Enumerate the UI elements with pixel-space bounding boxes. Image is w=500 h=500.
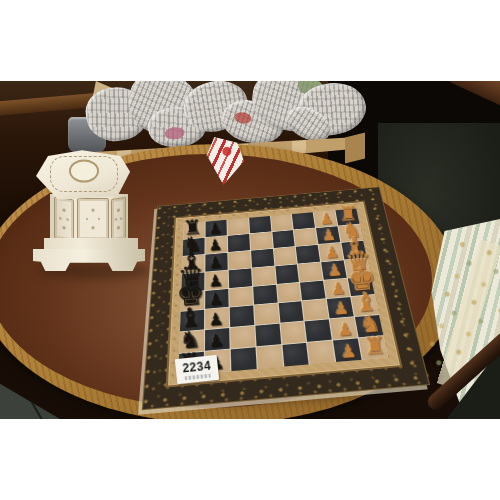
piece-black-pawn: ♟ <box>208 254 223 271</box>
photograph: ♜♟♟♜♞♟♟♞♝♟♟♝♛♟♟♛♚♟♟♚♝♟♟♝♞♟♟♞♜♟♟♜ 2234 <box>0 81 500 419</box>
piece-white-pawn: ♟ <box>319 211 334 227</box>
square-r5c6: ♟ <box>327 297 354 318</box>
lid-medallion <box>69 159 99 182</box>
square-r0c5 <box>292 212 315 229</box>
square-r3c1: ♟ <box>205 270 228 290</box>
square-r6c6: ♟ <box>330 317 358 339</box>
square-r6c5 <box>305 320 332 342</box>
square-r5c3 <box>254 304 279 325</box>
lot-sticker: 2234 <box>175 355 219 384</box>
piece-black-pawn: ♟ <box>208 272 224 289</box>
square-r7c3 <box>256 345 282 369</box>
square-r3c4 <box>275 264 299 283</box>
square-r7c5 <box>308 341 336 365</box>
piece-black-pawn: ♟ <box>208 311 224 329</box>
square-r5c5 <box>303 299 329 320</box>
ivory-box-body <box>50 194 128 244</box>
square-r2c5 <box>296 245 320 264</box>
square-r7c6: ♟ <box>333 338 361 362</box>
piece-black-pawn: ♟ <box>208 237 223 253</box>
square-r3c5 <box>298 262 323 281</box>
piece-white-pawn: ♟ <box>340 343 357 362</box>
square-r3c2 <box>228 268 251 288</box>
letterbox-bottom <box>0 419 500 500</box>
square-r0c1: ♟ <box>205 220 226 237</box>
square-r1c2 <box>228 234 250 252</box>
board-grid: ♜♟♟♜♞♟♟♞♝♟♟♝♛♟♟♛♚♟♟♚♝♟♟♝♞♟♟♞♜♟♟♜ <box>178 209 388 376</box>
ivory-box-panel <box>54 196 74 241</box>
square-r3c3 <box>252 266 276 286</box>
square-r2c6: ♟ <box>319 243 344 262</box>
letterbox-top <box>0 0 500 81</box>
piece-white-rook: ♜ <box>362 333 386 359</box>
square-r4c1: ♟ <box>205 289 228 310</box>
square-r7c7: ♜ <box>359 336 388 359</box>
square-r7c2 <box>231 347 257 371</box>
piece-white-pawn: ♟ <box>324 244 339 261</box>
square-r6c4 <box>280 322 306 344</box>
square-r0c4 <box>271 214 294 231</box>
piece-black-pawn: ♟ <box>208 332 225 351</box>
square-r6c3 <box>255 324 281 347</box>
square-r6c2 <box>230 326 255 349</box>
square-r2c1: ♟ <box>205 253 227 272</box>
piece-black-pawn: ♟ <box>208 221 223 237</box>
floor <box>0 379 60 419</box>
piece-white-pawn: ♟ <box>330 280 346 298</box>
cardboard-tray-end <box>345 133 365 164</box>
square-r1c1: ♟ <box>205 236 227 254</box>
square-r1c3 <box>250 232 273 250</box>
square-r6c1: ♟ <box>205 328 230 351</box>
piece-white-pawn: ♟ <box>333 300 349 318</box>
square-r1c6: ♟ <box>316 226 340 244</box>
piece-white-pawn: ♟ <box>321 227 336 243</box>
square-r7c4 <box>282 343 309 367</box>
piece-black-pawn: ♟ <box>208 291 224 309</box>
square-r0c2 <box>227 218 249 235</box>
auction-photo-canvas: ♜♟♟♜♞♟♟♞♝♟♟♝♛♟♟♛♚♟♟♚♝♟♟♝♞♟♟♞♜♟♟♜ 2234 <box>0 0 500 500</box>
ivory-box-panel <box>111 197 126 241</box>
square-r3c6: ♟ <box>321 260 346 279</box>
piece-white-pawn: ♟ <box>327 262 343 279</box>
square-r5c1: ♟ <box>205 308 229 330</box>
piece-white-pawn: ♟ <box>336 321 353 340</box>
ivory-box-panel <box>77 198 109 240</box>
